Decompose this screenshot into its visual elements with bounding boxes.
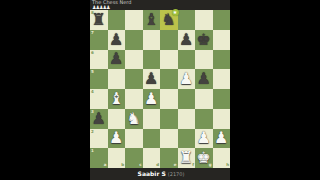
square-h7[interactable] [213,30,231,50]
square-b2[interactable]: ♟ [108,129,126,149]
square-e5[interactable] [160,69,178,89]
square-d1[interactable]: d [143,148,161,168]
move-classification-star-badge: ★ [172,9,179,16]
square-d8[interactable]: ♝ [143,10,161,30]
file-label-c: c [139,163,141,167]
square-f6[interactable] [178,50,196,70]
square-b6[interactable]: ♟ [108,50,126,70]
player-name: Saabir S [138,171,166,177]
opponent-player-bar: The Chess Nerd ♟♟♟♟♟ [90,0,230,10]
white-pawn-icon[interactable]: ♟ [195,129,213,149]
square-g6[interactable] [195,50,213,70]
square-c3[interactable]: ♞ [125,109,143,129]
player-bar: Saabir S (2170) [90,168,230,180]
square-b5[interactable] [108,69,126,89]
square-f4[interactable] [178,89,196,109]
square-h3[interactable] [213,109,231,129]
square-b1[interactable]: b [108,148,126,168]
square-f1[interactable]: f♜ [178,148,196,168]
white-king-icon[interactable]: ♚ [195,148,213,168]
square-c2[interactable] [125,129,143,149]
square-g2[interactable]: ♟ [195,129,213,149]
file-label-a: a [104,163,107,167]
game-video-frame: The Chess Nerd ♟♟♟♟♟ 8♜♝♞★7♟♟♚6♟5♟♟♟4♝♟3… [90,0,230,180]
square-c5[interactable] [125,69,143,89]
square-d3[interactable] [143,109,161,129]
rank-label-4: 4 [91,90,94,94]
rank-label-6: 6 [91,51,94,55]
square-d5[interactable]: ♟ [143,69,161,89]
square-g5[interactable]: ♟ [195,69,213,89]
square-c8[interactable] [125,10,143,30]
square-a2[interactable]: 2 [90,129,108,149]
square-f3[interactable] [178,109,196,129]
square-g8[interactable] [195,10,213,30]
square-d6[interactable] [143,50,161,70]
square-h8[interactable] [213,10,231,30]
rank-label-7: 7 [91,31,94,35]
square-e8[interactable]: ♞★ [160,10,178,30]
square-d4[interactable]: ♟ [143,89,161,109]
square-h2[interactable]: ♟ [213,129,231,149]
square-e1[interactable]: e [160,148,178,168]
file-label-d: d [156,163,159,167]
black-pawn-icon[interactable]: ♟ [195,69,213,89]
square-f5[interactable]: ♟ [178,69,196,89]
square-h6[interactable] [213,50,231,70]
white-pawn-icon[interactable]: ♟ [108,129,126,149]
square-a5[interactable]: 5 [90,69,108,89]
black-king-icon[interactable]: ♚ [195,30,213,50]
letterbox-right [230,0,320,180]
rank-label-5: 5 [91,70,94,74]
square-e4[interactable] [160,89,178,109]
square-c1[interactable]: c [125,148,143,168]
square-h5[interactable] [213,69,231,89]
square-d2[interactable] [143,129,161,149]
square-c4[interactable] [125,89,143,109]
square-e3[interactable] [160,109,178,129]
square-h4[interactable] [213,89,231,109]
square-a3[interactable]: 3♟ [90,109,108,129]
square-f7[interactable]: ♟ [178,30,196,50]
square-c6[interactable] [125,50,143,70]
square-g3[interactable] [195,109,213,129]
white-pawn-icon[interactable]: ♟ [213,129,231,149]
black-pawn-icon[interactable]: ♟ [108,50,126,70]
white-knight-icon[interactable]: ♞ [125,109,143,129]
square-b4[interactable]: ♝ [108,89,126,109]
square-c7[interactable] [125,30,143,50]
black-pawn-icon[interactable]: ♟ [90,109,108,129]
chess-board[interactable]: 8♜♝♞★7♟♟♚6♟5♟♟♟4♝♟3♟♞2♟♟♟1abcdef♜g♚h [90,10,230,168]
white-rook-icon[interactable]: ♜ [178,148,196,168]
square-h1[interactable]: h [213,148,231,168]
file-label-b: b [121,163,124,167]
square-a8[interactable]: 8♜ [90,10,108,30]
square-d7[interactable] [143,30,161,50]
square-f8[interactable] [178,10,196,30]
rank-label-2: 2 [91,130,94,134]
letterbox-left [0,0,90,180]
square-g1[interactable]: g♚ [195,148,213,168]
white-pawn-icon[interactable]: ♟ [143,89,161,109]
square-b3[interactable] [108,109,126,129]
square-a6[interactable]: 6 [90,50,108,70]
square-f2[interactable] [178,129,196,149]
player-rating: (2170) [168,172,185,177]
square-e2[interactable] [160,129,178,149]
square-g7[interactable]: ♚ [195,30,213,50]
square-b7[interactable]: ♟ [108,30,126,50]
square-g4[interactable] [195,89,213,109]
square-b8[interactable] [108,10,126,30]
square-a4[interactable]: 4 [90,89,108,109]
file-label-h: h [226,163,229,167]
square-a7[interactable]: 7 [90,30,108,50]
black-pawn-icon[interactable]: ♟ [108,30,126,50]
white-bishop-icon[interactable]: ♝ [108,89,126,109]
file-label-e: e [174,163,177,167]
rank-label-1: 1 [91,149,94,153]
black-bishop-icon[interactable]: ♝ [143,10,161,30]
black-rook-icon[interactable]: ♜ [90,10,108,30]
black-pawn-icon[interactable]: ♟ [178,30,196,50]
white-pawn-icon[interactable]: ♟ [178,69,196,89]
square-e7[interactable] [160,30,178,50]
black-pawn-icon[interactable]: ♟ [143,69,161,89]
square-a1[interactable]: 1a [90,148,108,168]
square-e6[interactable] [160,50,178,70]
